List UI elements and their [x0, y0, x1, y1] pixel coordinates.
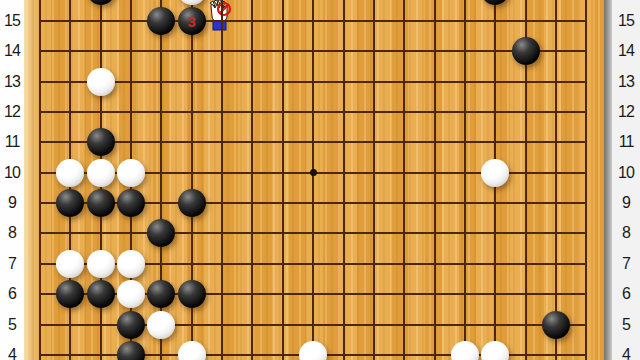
row-label-right: 11: [612, 132, 640, 152]
black-stone: [87, 0, 115, 5]
black-stone: [87, 280, 115, 308]
row-label-right: 9: [612, 193, 640, 213]
grid-line-vertical: [343, 0, 345, 360]
row-label-left: 7: [0, 254, 24, 274]
row-label-left: 12: [0, 102, 24, 122]
row-label-left: 6: [0, 284, 24, 304]
black-stone: [542, 311, 570, 339]
black-stone: [87, 189, 115, 217]
row-label-left: 11: [0, 132, 24, 152]
grid-line-vertical: [312, 0, 314, 360]
black-stone: [56, 189, 84, 217]
black-stone: [512, 37, 540, 65]
white-stone: [299, 341, 327, 360]
grid-line-vertical: [434, 0, 436, 360]
right-strip-border: [604, 0, 612, 360]
row-label-left: 8: [0, 223, 24, 243]
row-label-right: 13: [612, 72, 640, 92]
white-stone: [481, 341, 509, 360]
row-label-right: 10: [612, 163, 640, 183]
row-label-right: 15: [612, 11, 640, 31]
black-stone: [147, 7, 175, 35]
black-stone: [147, 219, 175, 247]
row-label-left: 5: [0, 315, 24, 335]
row-label-left: 13: [0, 72, 24, 92]
black-stone: [117, 341, 145, 360]
grid-line-horizontal: [39, 20, 587, 22]
grid-line-vertical: [282, 0, 284, 360]
row-label-left: 9: [0, 193, 24, 213]
row-label-right: 7: [612, 254, 640, 274]
white-stone: [87, 159, 115, 187]
row-label-left: 14: [0, 41, 24, 61]
black-stone: [147, 280, 175, 308]
row-label-left: 10: [0, 163, 24, 183]
row-label-left: 15: [0, 11, 24, 31]
black-stone: [178, 280, 206, 308]
row-label-right: 4: [612, 345, 640, 360]
black-stone: 3: [178, 7, 206, 35]
row-label-right: 14: [612, 41, 640, 61]
white-stone: [178, 0, 206, 5]
white-stone: [56, 159, 84, 187]
move-number-label: 3: [188, 14, 196, 29]
star-point: [310, 169, 317, 176]
row-label-right: 12: [612, 102, 640, 122]
black-stone: [87, 128, 115, 156]
grid-line-horizontal: [39, 141, 587, 143]
white-stone: [481, 159, 509, 187]
white-stone: [117, 250, 145, 278]
white-stone: [451, 341, 479, 360]
grid-line-vertical: [373, 0, 375, 360]
white-stone: [117, 159, 145, 187]
row-label-right: 5: [612, 315, 640, 335]
black-stone: [56, 280, 84, 308]
grid-line-horizontal: [39, 111, 587, 113]
black-stone: [178, 189, 206, 217]
no-entry-hand-cursor-icon: [203, 0, 233, 31]
grid-line-vertical: [555, 0, 557, 360]
row-label-right: 8: [612, 223, 640, 243]
grid-line-vertical: [39, 0, 41, 360]
row-label-left: 4: [0, 345, 24, 360]
white-stone: [87, 68, 115, 96]
grid-line-vertical: [464, 0, 466, 360]
grid-line-horizontal: [39, 232, 587, 234]
grid-line-horizontal: [39, 81, 587, 83]
grid-line-vertical: [585, 0, 587, 360]
grid-line-vertical: [251, 0, 253, 360]
white-stone: [87, 250, 115, 278]
white-stone: [147, 311, 175, 339]
grid-line-vertical: [403, 0, 405, 360]
black-stone: [117, 311, 145, 339]
row-label-right: 6: [612, 284, 640, 304]
go-board[interactable]: 3: [0, 0, 640, 360]
board-edge-highlight: [23, 0, 38, 360]
white-stone: [117, 280, 145, 308]
white-stone: [56, 250, 84, 278]
grid-line-horizontal: [39, 50, 587, 52]
grid-line-vertical: [221, 0, 223, 360]
black-stone: [117, 189, 145, 217]
go-board-viewer: 3 151514141313121211111010998877665544: [0, 0, 640, 360]
white-stone: [178, 341, 206, 360]
black-stone: [481, 0, 509, 5]
